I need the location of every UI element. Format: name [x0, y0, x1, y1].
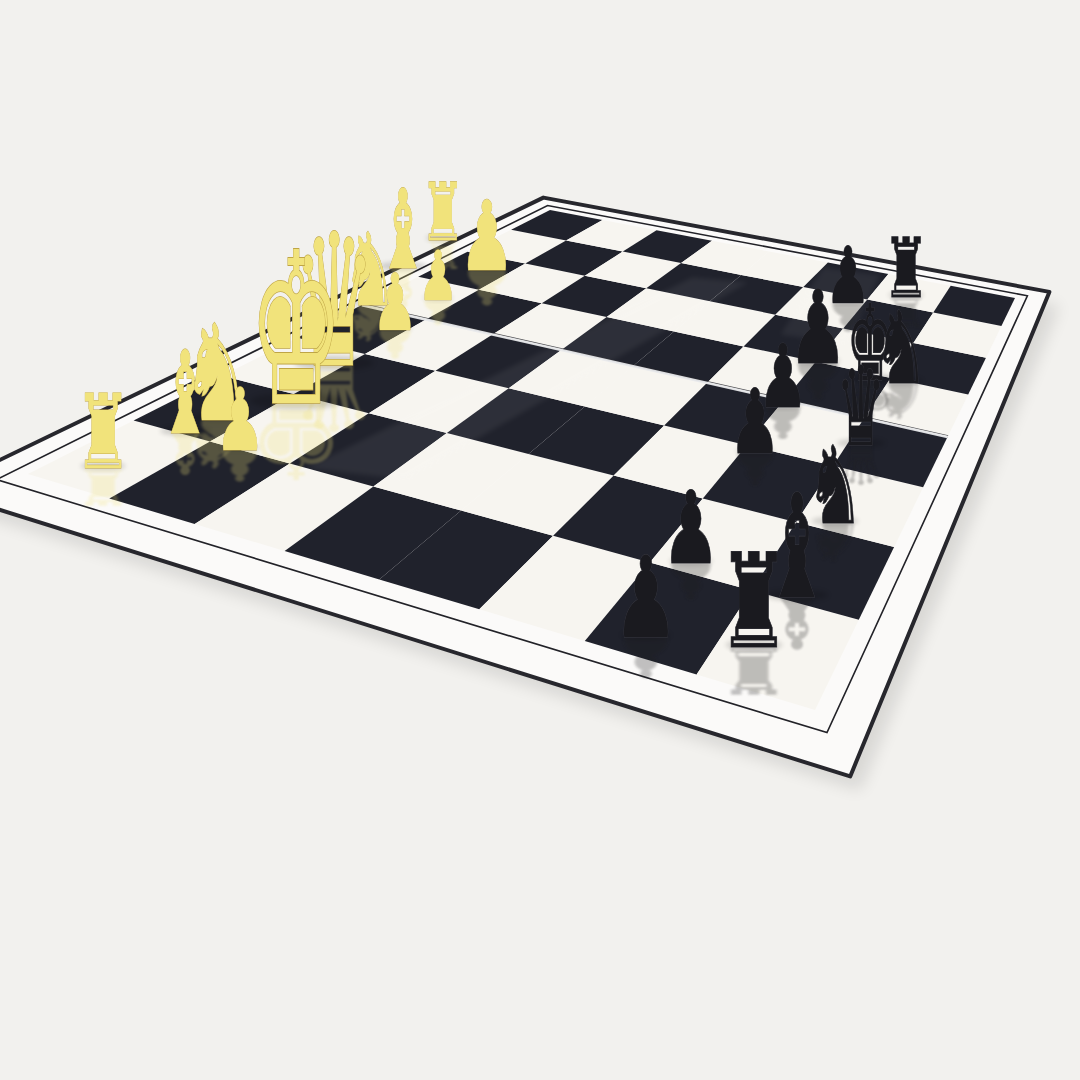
black-rook-a8: ♜ — [718, 526, 791, 679]
black-pawn-a7: ♟ — [613, 533, 679, 663]
white-pawn-f2: ♟ — [418, 236, 458, 317]
white-pawn-g2: ♟ — [459, 180, 516, 293]
folding-chessboard: ♜♜♝♝♟♟♜♜♟♟♟♟♞♞♟♟♟♟♛♛♚♚♞♞♚♚♟♟♞♞♝♝♛♛♟♟♟♟♜♜… — [0, 0, 1080, 1080]
white-rook-a1: ♜ — [74, 372, 131, 492]
white-pawn-e2: ♟ — [372, 256, 418, 348]
white-bishop-a2: ♝ — [158, 326, 212, 460]
black-pawn-c7: ♟ — [729, 370, 781, 474]
chess-set-product-photo: ♜♜♝♝♟♟♜♜♟♟♟♟♞♞♟♟♟♟♛♛♚♚♞♞♚♚♟♟♞♞♝♝♛♛♟♟♟♟♜♜… — [0, 0, 1080, 1080]
white-pawn-b2: ♟ — [215, 369, 266, 470]
